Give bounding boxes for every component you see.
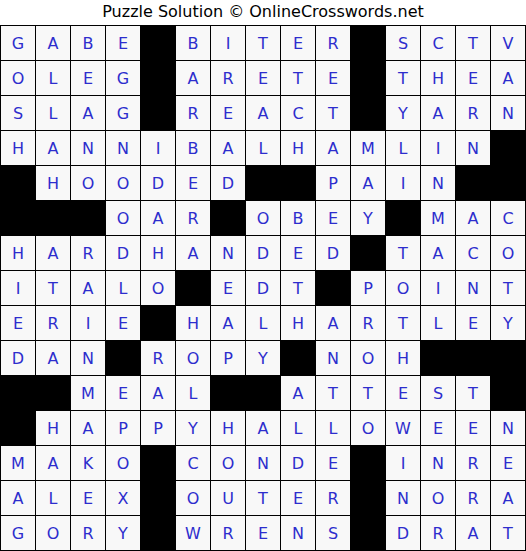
letter-cell: A — [36, 446, 71, 481]
letter-cell: H — [176, 306, 211, 341]
letter-cell: P — [141, 411, 176, 446]
letter-cell: E — [1, 306, 36, 341]
letter-cell: O — [491, 236, 526, 271]
letter-cell: I — [211, 26, 246, 61]
letter-cell: E — [246, 61, 281, 96]
letter-cell: O — [71, 166, 106, 201]
letter-cell: G — [106, 96, 141, 131]
letter-cell: O — [106, 166, 141, 201]
letter-cell: A — [351, 166, 386, 201]
letter-cell: A — [71, 411, 106, 446]
letter-cell: P — [106, 411, 141, 446]
letter-cell: A — [36, 26, 71, 61]
black-cell — [141, 446, 176, 481]
letter-cell: X — [106, 481, 141, 516]
black-cell — [281, 166, 316, 201]
letter-cell: T — [281, 61, 316, 96]
letter-cell: T — [456, 376, 491, 411]
crossword-grid: GABEBITERSCTVOLEGARETETHEASLAGREACTYARNH… — [0, 25, 526, 551]
black-cell — [246, 376, 281, 411]
letter-cell: I — [421, 271, 456, 306]
letter-cell: O — [211, 446, 246, 481]
letter-cell: D — [106, 236, 141, 271]
letter-cell: R — [36, 306, 71, 341]
letter-cell: T — [246, 26, 281, 61]
letter-cell: E — [211, 96, 246, 131]
letter-cell: O — [421, 481, 456, 516]
letter-cell: A — [211, 306, 246, 341]
letter-cell: A — [246, 411, 281, 446]
letter-cell: R — [141, 341, 176, 376]
letter-cell: N — [456, 131, 491, 166]
black-cell — [456, 341, 491, 376]
letter-cell: E — [316, 201, 351, 236]
letter-cell: N — [421, 166, 456, 201]
letter-cell: L — [316, 411, 351, 446]
black-cell — [351, 26, 386, 61]
letter-cell: D — [141, 166, 176, 201]
black-cell — [211, 376, 246, 411]
letter-cell: S — [1, 96, 36, 131]
letter-cell: A — [211, 131, 246, 166]
letter-cell: M — [421, 201, 456, 236]
letter-cell: L — [176, 376, 211, 411]
black-cell — [141, 26, 176, 61]
letter-cell: O — [106, 201, 141, 236]
letter-cell: E — [71, 481, 106, 516]
letter-cell: A — [1, 481, 36, 516]
letter-cell: E — [491, 446, 526, 481]
letter-cell: E — [211, 271, 246, 306]
letter-cell: I — [386, 446, 421, 481]
letter-cell: A — [71, 271, 106, 306]
letter-cell: T — [281, 271, 316, 306]
letter-cell: E — [316, 446, 351, 481]
letter-cell: T — [316, 376, 351, 411]
letter-cell: A — [176, 61, 211, 96]
letter-cell: P — [316, 166, 351, 201]
black-cell — [351, 236, 386, 271]
letter-cell: R — [316, 481, 351, 516]
letter-cell: G — [106, 61, 141, 96]
letter-cell: O — [351, 341, 386, 376]
letter-cell: O — [351, 411, 386, 446]
letter-cell: L — [246, 131, 281, 166]
letter-cell: T — [246, 481, 281, 516]
letter-cell: K — [71, 446, 106, 481]
black-cell — [141, 481, 176, 516]
letter-cell: T — [386, 306, 421, 341]
letter-cell: O — [176, 341, 211, 376]
letter-cell: I — [386, 166, 421, 201]
letter-cell: E — [246, 516, 281, 551]
letter-cell: E — [281, 26, 316, 61]
letter-cell: Y — [351, 201, 386, 236]
letter-cell: E — [176, 166, 211, 201]
letter-cell: T — [491, 516, 526, 551]
letter-cell: E — [456, 61, 491, 96]
letter-cell: R — [456, 96, 491, 131]
letter-cell: S — [421, 376, 456, 411]
puzzle-solution-page: Puzzle Solution © OnlineCrosswords.net G… — [0, 0, 526, 551]
black-cell — [1, 411, 36, 446]
letter-cell: A — [456, 516, 491, 551]
letter-cell: N — [491, 411, 526, 446]
black-cell — [386, 201, 421, 236]
letter-cell: L — [106, 271, 141, 306]
letter-cell: N — [71, 341, 106, 376]
letter-cell: A — [456, 201, 491, 236]
letter-cell: R — [456, 481, 491, 516]
letter-cell: W — [176, 516, 211, 551]
black-cell — [316, 271, 351, 306]
letter-cell: O — [106, 446, 141, 481]
letter-cell: E — [456, 411, 491, 446]
letter-cell: A — [246, 96, 281, 131]
black-cell — [1, 166, 36, 201]
letter-cell: G — [1, 26, 36, 61]
letter-cell: L — [246, 306, 281, 341]
letter-cell: B — [281, 201, 316, 236]
letter-cell: L — [386, 131, 421, 166]
black-cell — [176, 271, 211, 306]
letter-cell: T — [456, 26, 491, 61]
letter-cell: I — [1, 271, 36, 306]
letter-cell: S — [316, 516, 351, 551]
letter-cell: E — [456, 306, 491, 341]
letter-cell: E — [281, 481, 316, 516]
letter-cell: B — [176, 131, 211, 166]
black-cell — [1, 376, 36, 411]
letter-cell: H — [211, 411, 246, 446]
black-cell — [36, 376, 71, 411]
letter-cell: A — [421, 96, 456, 131]
black-cell — [141, 96, 176, 131]
letter-cell: T — [491, 271, 526, 306]
letter-cell: R — [211, 61, 246, 96]
letter-cell: D — [246, 271, 281, 306]
letter-cell: E — [421, 411, 456, 446]
letter-cell: R — [71, 236, 106, 271]
letter-cell: T — [36, 271, 71, 306]
letter-cell: L — [36, 96, 71, 131]
letter-cell: D — [316, 236, 351, 271]
letter-cell: D — [211, 166, 246, 201]
black-cell — [351, 96, 386, 131]
letter-cell: T — [316, 96, 351, 131]
letter-cell: V — [491, 26, 526, 61]
letter-cell: D — [1, 341, 36, 376]
letter-cell: O — [246, 201, 281, 236]
letter-cell: M — [71, 376, 106, 411]
letter-cell: R — [176, 201, 211, 236]
letter-cell: T — [351, 376, 386, 411]
letter-cell: C — [456, 236, 491, 271]
letter-cell: H — [421, 61, 456, 96]
letter-cell: E — [316, 61, 351, 96]
letter-cell: D — [281, 446, 316, 481]
letter-cell: N — [211, 236, 246, 271]
letter-cell: C — [176, 446, 211, 481]
black-cell — [141, 306, 176, 341]
letter-cell: E — [386, 376, 421, 411]
letter-cell: A — [421, 236, 456, 271]
letter-cell: N — [421, 446, 456, 481]
letter-cell: E — [106, 26, 141, 61]
letter-cell: N — [491, 96, 526, 131]
black-cell — [141, 516, 176, 551]
black-cell — [1, 201, 36, 236]
letter-cell: A — [316, 131, 351, 166]
letter-cell: N — [456, 271, 491, 306]
letter-cell: S — [386, 26, 421, 61]
letter-cell: R — [351, 306, 386, 341]
page-title: Puzzle Solution © OnlineCrosswords.net — [0, 0, 526, 25]
letter-cell: O — [141, 271, 176, 306]
letter-cell: E — [106, 376, 141, 411]
black-cell — [106, 341, 141, 376]
letter-cell: H — [1, 236, 36, 271]
letter-cell: R — [211, 516, 246, 551]
letter-cell: P — [351, 271, 386, 306]
letter-cell: R — [421, 516, 456, 551]
letter-cell: A — [36, 341, 71, 376]
black-cell — [351, 516, 386, 551]
black-cell — [491, 166, 526, 201]
letter-cell: H — [1, 131, 36, 166]
letter-cell: D — [386, 516, 421, 551]
letter-cell: M — [351, 131, 386, 166]
letter-cell: H — [36, 166, 71, 201]
letter-cell: C — [421, 26, 456, 61]
letter-cell: U — [211, 481, 246, 516]
letter-cell: N — [106, 131, 141, 166]
letter-cell: H — [281, 306, 316, 341]
black-cell — [246, 166, 281, 201]
letter-cell: N — [246, 446, 281, 481]
letter-cell: M — [1, 446, 36, 481]
letter-cell: Y — [386, 96, 421, 131]
letter-cell: B — [176, 26, 211, 61]
letter-cell: E — [106, 306, 141, 341]
letter-cell: R — [176, 96, 211, 131]
letter-cell: G — [1, 516, 36, 551]
letter-cell: H — [386, 341, 421, 376]
letter-cell: A — [36, 236, 71, 271]
letter-cell: H — [281, 131, 316, 166]
letter-cell: O — [36, 516, 71, 551]
letter-cell: N — [281, 516, 316, 551]
letter-cell: O — [176, 481, 211, 516]
letter-cell: D — [246, 236, 281, 271]
black-cell — [491, 341, 526, 376]
letter-cell: A — [141, 376, 176, 411]
letter-cell: N — [71, 131, 106, 166]
letter-cell: R — [71, 516, 106, 551]
letter-cell: A — [491, 61, 526, 96]
letter-cell: L — [36, 481, 71, 516]
letter-cell: Y — [106, 516, 141, 551]
black-cell — [141, 61, 176, 96]
letter-cell: A — [71, 96, 106, 131]
letter-cell: A — [36, 131, 71, 166]
letter-cell: N — [386, 481, 421, 516]
letter-cell: W — [386, 411, 421, 446]
letter-cell: C — [491, 201, 526, 236]
letter-cell: H — [36, 411, 71, 446]
letter-cell: I — [71, 306, 106, 341]
letter-cell: L — [281, 411, 316, 446]
letter-cell: L — [421, 306, 456, 341]
letter-cell: I — [421, 131, 456, 166]
letter-cell: P — [211, 341, 246, 376]
letter-cell: E — [281, 236, 316, 271]
letter-cell: T — [386, 61, 421, 96]
black-cell — [421, 341, 456, 376]
black-cell — [491, 376, 526, 411]
letter-cell: E — [71, 61, 106, 96]
letter-cell: Y — [246, 341, 281, 376]
letter-cell: A — [491, 481, 526, 516]
letter-cell: O — [386, 271, 421, 306]
letter-cell: A — [141, 201, 176, 236]
letter-cell: A — [316, 306, 351, 341]
black-cell — [71, 201, 106, 236]
letter-cell: T — [386, 236, 421, 271]
letter-cell: H — [141, 236, 176, 271]
letter-cell: R — [456, 446, 491, 481]
letter-cell: R — [316, 26, 351, 61]
black-cell — [491, 131, 526, 166]
letter-cell: A — [281, 376, 316, 411]
letter-cell: O — [1, 61, 36, 96]
letter-cell: Y — [491, 306, 526, 341]
letter-cell: C — [281, 96, 316, 131]
black-cell — [211, 201, 246, 236]
black-cell — [351, 61, 386, 96]
black-cell — [36, 201, 71, 236]
letter-cell: N — [316, 341, 351, 376]
letter-cell: Y — [176, 411, 211, 446]
letter-cell: B — [71, 26, 106, 61]
letter-cell: A — [176, 236, 211, 271]
black-cell — [281, 341, 316, 376]
letter-cell: L — [36, 61, 71, 96]
black-cell — [351, 446, 386, 481]
black-cell — [456, 166, 491, 201]
black-cell — [351, 481, 386, 516]
letter-cell: I — [141, 131, 176, 166]
